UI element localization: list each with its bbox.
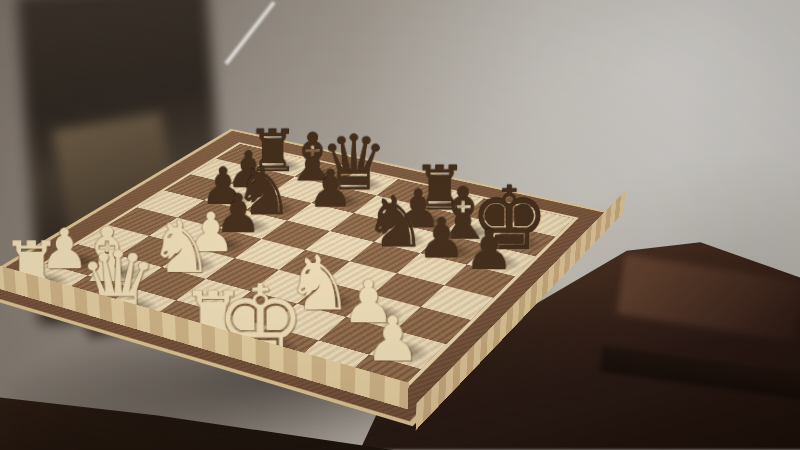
pawn-glyph: ♟ [365, 309, 420, 371]
wall-streak [224, 1, 275, 65]
knight-glyph: ♞ [149, 211, 214, 283]
photo-canvas: ♜♝♛♜♟♟♟♝♚♟♞♞♟♟♟♟♞♞♟♟♝♟♜♛♜♚ [0, 0, 800, 450]
pawn-glyph: ♟ [417, 212, 466, 267]
pawn-glyph: ♟ [464, 223, 514, 278]
pawn-glyph: ♟ [308, 164, 354, 215]
